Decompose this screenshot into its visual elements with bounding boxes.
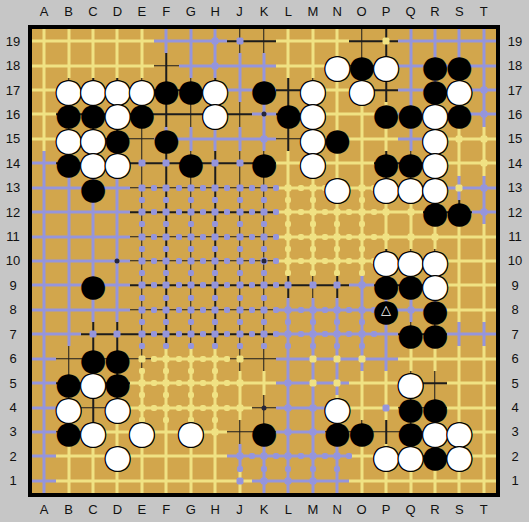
intersection-P13[interactable]: ● — [374, 176, 398, 200]
intersection-S9[interactable] — [447, 273, 471, 297]
intersection-R3[interactable]: ● — [423, 420, 447, 444]
intersection-J8[interactable] — [227, 298, 251, 322]
intersection-D1[interactable] — [105, 469, 129, 493]
intersection-H10[interactable] — [203, 249, 227, 273]
intersection-Q8[interactable] — [398, 298, 422, 322]
intersection-E18[interactable] — [130, 53, 154, 77]
intersection-R14[interactable]: ● — [423, 151, 447, 175]
intersection-S18[interactable]: ● — [447, 53, 471, 77]
intersection-K7[interactable] — [252, 322, 276, 346]
intersection-M19[interactable] — [301, 29, 325, 53]
intersection-O19[interactable] — [349, 29, 373, 53]
intersection-K4[interactable] — [252, 395, 276, 419]
intersection-O13[interactable] — [349, 176, 373, 200]
intersection-K6[interactable] — [252, 346, 276, 370]
intersection-K15[interactable] — [252, 127, 276, 151]
intersection-D7[interactable] — [105, 322, 129, 346]
intersection-N18[interactable]: ● — [325, 53, 349, 77]
intersection-J18[interactable] — [227, 53, 251, 77]
intersection-Q3[interactable]: ● — [398, 420, 422, 444]
intersection-K8[interactable] — [252, 298, 276, 322]
intersection-K10[interactable] — [252, 249, 276, 273]
intersection-J6[interactable] — [227, 346, 251, 370]
intersection-J13[interactable] — [227, 176, 251, 200]
intersection-T12[interactable] — [472, 200, 496, 224]
intersection-E7[interactable] — [130, 322, 154, 346]
intersection-M2[interactable] — [301, 444, 325, 468]
intersection-K13[interactable] — [252, 176, 276, 200]
intersection-M7[interactable] — [301, 322, 325, 346]
intersection-G8[interactable] — [179, 298, 203, 322]
intersection-M1[interactable] — [301, 469, 325, 493]
intersection-T1[interactable] — [472, 469, 496, 493]
intersection-A13[interactable] — [32, 176, 56, 200]
intersection-P16[interactable]: ● — [374, 102, 398, 126]
intersection-M5[interactable] — [301, 371, 325, 395]
intersection-M18[interactable] — [301, 53, 325, 77]
intersection-K9[interactable] — [252, 273, 276, 297]
intersection-B14[interactable]: ● — [56, 151, 80, 175]
intersection-M16[interactable]: ● — [301, 102, 325, 126]
intersection-F6[interactable] — [154, 346, 178, 370]
intersection-H18[interactable] — [203, 53, 227, 77]
intersection-G14[interactable]: ● — [179, 151, 203, 175]
intersection-T11[interactable] — [472, 224, 496, 248]
intersection-E16[interactable]: ● — [130, 102, 154, 126]
intersection-B8[interactable] — [56, 298, 80, 322]
intersection-N16[interactable] — [325, 102, 349, 126]
intersection-A17[interactable] — [32, 78, 56, 102]
intersection-R8[interactable]: ● — [423, 298, 447, 322]
intersection-H2[interactable] — [203, 444, 227, 468]
intersection-K3[interactable]: ● — [252, 420, 276, 444]
intersection-L1[interactable] — [276, 469, 300, 493]
intersection-L14[interactable] — [276, 151, 300, 175]
intersection-Q15[interactable] — [398, 127, 422, 151]
intersection-L15[interactable] — [276, 127, 300, 151]
intersection-D13[interactable] — [105, 176, 129, 200]
intersection-F1[interactable] — [154, 469, 178, 493]
intersection-J10[interactable] — [227, 249, 251, 273]
intersection-C1[interactable] — [81, 469, 105, 493]
intersection-E5[interactable] — [130, 371, 154, 395]
intersection-S2[interactable]: ● — [447, 444, 471, 468]
intersection-J5[interactable] — [227, 371, 251, 395]
intersection-O10[interactable] — [349, 249, 373, 273]
intersection-L6[interactable] — [276, 346, 300, 370]
intersection-S7[interactable] — [447, 322, 471, 346]
intersection-D18[interactable] — [105, 53, 129, 77]
intersection-O12[interactable] — [349, 200, 373, 224]
intersection-J9[interactable] — [227, 273, 251, 297]
intersection-F5[interactable] — [154, 371, 178, 395]
intersection-B4[interactable]: ● — [56, 395, 80, 419]
intersection-J14[interactable] — [227, 151, 251, 175]
intersection-O9[interactable] — [349, 273, 373, 297]
intersection-E2[interactable] — [130, 444, 154, 468]
intersection-T5[interactable] — [472, 371, 496, 395]
intersection-S15[interactable] — [447, 127, 471, 151]
intersection-J16[interactable] — [227, 102, 251, 126]
intersection-H16[interactable]: ● — [203, 102, 227, 126]
intersection-K5[interactable] — [252, 371, 276, 395]
intersection-M13[interactable] — [301, 176, 325, 200]
intersection-G10[interactable] — [179, 249, 203, 273]
intersection-L11[interactable] — [276, 224, 300, 248]
intersection-S11[interactable] — [447, 224, 471, 248]
intersection-G19[interactable] — [179, 29, 203, 53]
intersection-T16[interactable] — [472, 102, 496, 126]
intersection-H14[interactable] — [203, 151, 227, 175]
intersection-E14[interactable] — [130, 151, 154, 175]
intersection-C3[interactable]: ● — [81, 420, 105, 444]
intersection-D10[interactable] — [105, 249, 129, 273]
intersection-C8[interactable] — [81, 298, 105, 322]
intersection-J17[interactable] — [227, 78, 251, 102]
intersection-K2[interactable] — [252, 444, 276, 468]
intersection-A12[interactable] — [32, 200, 56, 224]
intersection-K14[interactable]: ● — [252, 151, 276, 175]
intersection-B6[interactable] — [56, 346, 80, 370]
intersection-C18[interactable] — [81, 53, 105, 77]
intersection-J7[interactable] — [227, 322, 251, 346]
intersection-G1[interactable] — [179, 469, 203, 493]
intersection-D14[interactable]: ● — [105, 151, 129, 175]
intersection-F11[interactable] — [154, 224, 178, 248]
intersection-T9[interactable] — [472, 273, 496, 297]
intersection-P2[interactable]: ● — [374, 444, 398, 468]
intersection-B11[interactable] — [56, 224, 80, 248]
intersection-L2[interactable] — [276, 444, 300, 468]
intersection-L4[interactable] — [276, 395, 300, 419]
intersection-A4[interactable] — [32, 395, 56, 419]
intersection-A5[interactable] — [32, 371, 56, 395]
intersection-D6[interactable]: ● — [105, 346, 129, 370]
intersection-N2[interactable] — [325, 444, 349, 468]
intersection-S13[interactable] — [447, 176, 471, 200]
intersection-T14[interactable] — [472, 151, 496, 175]
intersection-C5[interactable]: ● — [81, 371, 105, 395]
intersection-Q16[interactable]: ● — [398, 102, 422, 126]
intersection-C19[interactable] — [81, 29, 105, 53]
intersection-H9[interactable] — [203, 273, 227, 297]
intersection-R18[interactable]: ● — [423, 53, 447, 77]
intersection-N12[interactable] — [325, 200, 349, 224]
intersection-M10[interactable] — [301, 249, 325, 273]
intersection-L5[interactable] — [276, 371, 300, 395]
intersection-B9[interactable] — [56, 273, 80, 297]
intersection-A3[interactable] — [32, 420, 56, 444]
intersection-A18[interactable] — [32, 53, 56, 77]
intersection-P5[interactable] — [374, 371, 398, 395]
intersection-G17[interactable]: ● — [179, 78, 203, 102]
intersection-C7[interactable] — [81, 322, 105, 346]
intersection-A7[interactable] — [32, 322, 56, 346]
intersection-T18[interactable] — [472, 53, 496, 77]
intersection-O1[interactable] — [349, 469, 373, 493]
intersection-Q14[interactable]: ● — [398, 151, 422, 175]
intersection-A8[interactable] — [32, 298, 56, 322]
intersection-T4[interactable] — [472, 395, 496, 419]
intersection-P19[interactable] — [374, 29, 398, 53]
intersection-Q17[interactable] — [398, 78, 422, 102]
intersection-H5[interactable] — [203, 371, 227, 395]
intersection-D5[interactable]: ● — [105, 371, 129, 395]
intersection-G5[interactable] — [179, 371, 203, 395]
intersection-M11[interactable] — [301, 224, 325, 248]
intersection-G3[interactable]: ● — [179, 420, 203, 444]
intersection-P7[interactable] — [374, 322, 398, 346]
intersection-B16[interactable]: ● — [56, 102, 80, 126]
intersection-B2[interactable] — [56, 444, 80, 468]
intersection-S14[interactable] — [447, 151, 471, 175]
intersection-E1[interactable] — [130, 469, 154, 493]
intersection-H6[interactable] — [203, 346, 227, 370]
intersection-N9[interactable] — [325, 273, 349, 297]
intersection-P11[interactable] — [374, 224, 398, 248]
intersection-G9[interactable] — [179, 273, 203, 297]
intersection-K16[interactable] — [252, 102, 276, 126]
intersection-D15[interactable]: ● — [105, 127, 129, 151]
intersection-K12[interactable] — [252, 200, 276, 224]
intersection-Q4[interactable]: ● — [398, 395, 422, 419]
intersection-F12[interactable] — [154, 200, 178, 224]
intersection-O14[interactable] — [349, 151, 373, 175]
intersection-N5[interactable] — [325, 371, 349, 395]
intersection-R4[interactable]: ● — [423, 395, 447, 419]
intersection-H1[interactable] — [203, 469, 227, 493]
intersection-D11[interactable] — [105, 224, 129, 248]
intersection-H13[interactable] — [203, 176, 227, 200]
intersection-E17[interactable]: ● — [130, 78, 154, 102]
intersection-L12[interactable] — [276, 200, 300, 224]
intersection-D12[interactable] — [105, 200, 129, 224]
intersection-F18[interactable] — [154, 53, 178, 77]
intersection-F7[interactable] — [154, 322, 178, 346]
intersection-H19[interactable] — [203, 29, 227, 53]
intersection-R15[interactable]: ● — [423, 127, 447, 151]
intersection-C2[interactable] — [81, 444, 105, 468]
intersection-E11[interactable] — [130, 224, 154, 248]
intersection-E3[interactable]: ● — [130, 420, 154, 444]
intersection-E4[interactable] — [130, 395, 154, 419]
intersection-P17[interactable] — [374, 78, 398, 102]
intersection-C4[interactable] — [81, 395, 105, 419]
intersection-C12[interactable] — [81, 200, 105, 224]
intersection-N8[interactable] — [325, 298, 349, 322]
intersection-C13[interactable]: ● — [81, 176, 105, 200]
intersection-G7[interactable] — [179, 322, 203, 346]
intersection-D17[interactable]: ● — [105, 78, 129, 102]
intersection-F14[interactable] — [154, 151, 178, 175]
intersection-R9[interactable]: ● — [423, 273, 447, 297]
intersection-H12[interactable] — [203, 200, 227, 224]
intersection-D8[interactable] — [105, 298, 129, 322]
intersection-D4[interactable]: ● — [105, 395, 129, 419]
intersection-B3[interactable]: ● — [56, 420, 80, 444]
intersection-Q13[interactable]: ● — [398, 176, 422, 200]
intersection-B19[interactable] — [56, 29, 80, 53]
intersection-Q6[interactable] — [398, 346, 422, 370]
intersection-B1[interactable] — [56, 469, 80, 493]
intersection-O7[interactable] — [349, 322, 373, 346]
intersection-T3[interactable] — [472, 420, 496, 444]
intersection-L10[interactable] — [276, 249, 300, 273]
intersection-R2[interactable]: ● — [423, 444, 447, 468]
intersection-A14[interactable] — [32, 151, 56, 175]
intersection-E15[interactable] — [130, 127, 154, 151]
intersection-S6[interactable] — [447, 346, 471, 370]
intersection-R12[interactable]: ● — [423, 200, 447, 224]
intersection-M14[interactable]: ● — [301, 151, 325, 175]
intersection-T19[interactable] — [472, 29, 496, 53]
intersection-H8[interactable] — [203, 298, 227, 322]
intersection-T7[interactable] — [472, 322, 496, 346]
intersection-B15[interactable]: ● — [56, 127, 80, 151]
intersection-O6[interactable] — [349, 346, 373, 370]
intersection-O15[interactable] — [349, 127, 373, 151]
intersection-N6[interactable] — [325, 346, 349, 370]
intersection-P12[interactable] — [374, 200, 398, 224]
intersection-G18[interactable] — [179, 53, 203, 77]
intersection-L13[interactable] — [276, 176, 300, 200]
intersection-R16[interactable]: ● — [423, 102, 447, 126]
intersection-K1[interactable] — [252, 469, 276, 493]
intersection-R5[interactable] — [423, 371, 447, 395]
intersection-K18[interactable] — [252, 53, 276, 77]
intersection-L3[interactable] — [276, 420, 300, 444]
intersection-L17[interactable] — [276, 78, 300, 102]
intersection-F9[interactable] — [154, 273, 178, 297]
intersection-F13[interactable] — [154, 176, 178, 200]
intersection-E13[interactable] — [130, 176, 154, 200]
intersection-E19[interactable] — [130, 29, 154, 53]
intersection-E6[interactable] — [130, 346, 154, 370]
intersection-Q19[interactable] — [398, 29, 422, 53]
intersection-E10[interactable] — [130, 249, 154, 273]
intersection-C9[interactable]: ● — [81, 273, 105, 297]
intersection-N14[interactable] — [325, 151, 349, 175]
intersection-J1[interactable] — [227, 469, 251, 493]
intersection-O8[interactable] — [349, 298, 373, 322]
intersection-S8[interactable] — [447, 298, 471, 322]
intersection-B7[interactable] — [56, 322, 80, 346]
intersection-A9[interactable] — [32, 273, 56, 297]
intersection-O11[interactable] — [349, 224, 373, 248]
intersection-F15[interactable]: ● — [154, 127, 178, 151]
intersection-O17[interactable]: ● — [349, 78, 373, 102]
intersection-Q5[interactable]: ● — [398, 371, 422, 395]
intersection-L16[interactable]: ● — [276, 102, 300, 126]
intersection-S17[interactable]: ● — [447, 78, 471, 102]
intersection-S16[interactable]: ● — [447, 102, 471, 126]
intersection-A16[interactable] — [32, 102, 56, 126]
intersection-S5[interactable] — [447, 371, 471, 395]
intersection-N11[interactable] — [325, 224, 349, 248]
intersection-L9[interactable] — [276, 273, 300, 297]
intersection-M6[interactable] — [301, 346, 325, 370]
intersection-D19[interactable] — [105, 29, 129, 53]
intersection-O4[interactable] — [349, 395, 373, 419]
intersection-N17[interactable] — [325, 78, 349, 102]
intersection-B13[interactable] — [56, 176, 80, 200]
intersection-M15[interactable]: ● — [301, 127, 325, 151]
intersection-J11[interactable] — [227, 224, 251, 248]
intersection-S3[interactable]: ● — [447, 420, 471, 444]
intersection-G15[interactable] — [179, 127, 203, 151]
intersection-Q18[interactable] — [398, 53, 422, 77]
intersection-S4[interactable] — [447, 395, 471, 419]
intersection-O2[interactable] — [349, 444, 373, 468]
intersection-F4[interactable] — [154, 395, 178, 419]
intersection-Q9[interactable]: ● — [398, 273, 422, 297]
intersection-D3[interactable] — [105, 420, 129, 444]
intersection-O18[interactable]: ● — [349, 53, 373, 77]
intersection-S1[interactable] — [447, 469, 471, 493]
intersection-H15[interactable] — [203, 127, 227, 151]
intersection-P4[interactable] — [374, 395, 398, 419]
intersection-F2[interactable] — [154, 444, 178, 468]
intersection-J4[interactable] — [227, 395, 251, 419]
intersection-J15[interactable] — [227, 127, 251, 151]
intersection-R1[interactable] — [423, 469, 447, 493]
intersection-Q1[interactable] — [398, 469, 422, 493]
intersection-Q7[interactable]: ● — [398, 322, 422, 346]
intersection-F8[interactable] — [154, 298, 178, 322]
intersection-N13[interactable]: ● — [325, 176, 349, 200]
intersection-J2[interactable] — [227, 444, 251, 468]
intersection-R13[interactable]: ● — [423, 176, 447, 200]
intersection-T8[interactable] — [472, 298, 496, 322]
intersection-M3[interactable] — [301, 420, 325, 444]
intersection-L18[interactable] — [276, 53, 300, 77]
intersection-F19[interactable] — [154, 29, 178, 53]
intersection-P6[interactable] — [374, 346, 398, 370]
intersection-J3[interactable] — [227, 420, 251, 444]
intersection-M9[interactable] — [301, 273, 325, 297]
intersection-T10[interactable] — [472, 249, 496, 273]
intersection-D16[interactable]: ● — [105, 102, 129, 126]
intersection-J12[interactable] — [227, 200, 251, 224]
intersection-S19[interactable] — [447, 29, 471, 53]
intersection-N7[interactable] — [325, 322, 349, 346]
intersection-Q11[interactable] — [398, 224, 422, 248]
intersection-R11[interactable] — [423, 224, 447, 248]
intersection-F10[interactable] — [154, 249, 178, 273]
intersection-C10[interactable] — [81, 249, 105, 273]
intersection-S10[interactable] — [447, 249, 471, 273]
intersection-R17[interactable]: ● — [423, 78, 447, 102]
intersection-T2[interactable] — [472, 444, 496, 468]
intersection-T15[interactable] — [472, 127, 496, 151]
intersection-L8[interactable] — [276, 298, 300, 322]
intersection-B18[interactable] — [56, 53, 80, 77]
intersection-G6[interactable] — [179, 346, 203, 370]
intersection-K19[interactable] — [252, 29, 276, 53]
intersection-N3[interactable]: ● — [325, 420, 349, 444]
intersection-N15[interactable]: ● — [325, 127, 349, 151]
intersection-P3[interactable] — [374, 420, 398, 444]
intersection-R6[interactable] — [423, 346, 447, 370]
intersection-Q12[interactable] — [398, 200, 422, 224]
intersection-E9[interactable] — [130, 273, 154, 297]
intersection-C17[interactable]: ● — [81, 78, 105, 102]
intersection-L19[interactable] — [276, 29, 300, 53]
intersection-N4[interactable]: ● — [325, 395, 349, 419]
intersection-Q2[interactable]: ● — [398, 444, 422, 468]
intersection-H7[interactable] — [203, 322, 227, 346]
intersection-H4[interactable] — [203, 395, 227, 419]
